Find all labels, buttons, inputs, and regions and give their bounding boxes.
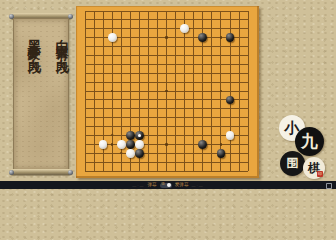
toggle-knob-icon [167,183,171,187]
black-side-label: 黑 [27,28,42,30]
star-point [165,36,168,39]
stone-white-12-3 [180,24,189,33]
stone-black-7-17 [135,149,144,158]
danmaku-label: 弹幕 [148,183,157,188]
scroll-roller-bottom [10,169,72,175]
last-move-marker [138,134,141,137]
send-danmaku-label: 发弹幕 [175,183,189,188]
stone-white-4-4 [108,33,117,42]
channel-logo: 小 九 围 棋 印 [278,113,328,181]
stone-white-17-15 [226,131,235,140]
bar-dashes-left: —·— [132,183,144,188]
star-point [220,90,223,93]
board-mark [119,152,122,155]
white-side-label: 白 [55,28,70,30]
stone-black-17-4 [226,33,235,42]
stone-black-7-15 [135,131,144,140]
fullscreen-icon[interactable] [326,183,333,189]
go-board[interactable] [76,6,259,178]
logo-red-seal: 印 [317,171,323,177]
bar-dashes-right: —·— [191,183,203,188]
danmaku-toggle[interactable]: 弹 [160,183,172,188]
board-mark [110,134,113,137]
star-point [111,90,114,93]
star-point [220,143,223,146]
player-white-column: 白申真谞九段 [50,28,70,174]
player-control-bar: —·— 弹幕 弹 发弹幕 —·— [0,181,336,189]
logo-disc-wei: 围 [280,151,305,176]
player-black-column: 黑辜梓豪九段 [22,28,42,174]
stone-black-6-16 [126,140,135,149]
black-player-name: 辜梓豪 [27,34,41,40]
stone-black-14-4 [198,33,207,42]
stone-black-6-15 [126,131,135,140]
stone-black-16-17 [217,149,226,158]
star-point [165,143,168,146]
stone-black-14-16 [198,140,207,149]
stone-white-7-16 [135,140,144,149]
logo-disc-jiu: 九 [295,127,324,156]
stone-white-6-17 [126,149,135,158]
star-point [165,90,168,93]
roller-cap-icon [9,170,14,175]
board-grid [80,7,252,176]
black-player-rank: 九段 [27,48,42,52]
white-player-name: 申真谞 [55,34,69,40]
stone-black-17-11 [226,96,235,105]
white-player-rank: 九段 [55,48,70,52]
star-point [111,143,114,146]
roller-cap-icon [68,170,73,175]
stone-white-3-16 [99,140,108,149]
stone-white-5-16 [117,140,126,149]
player-scroll-panel: 白申真谞九段 黑辜梓豪九段 [10,13,72,175]
danmaku-toggle-char: 弹 [161,183,165,187]
scroll-parchment: 白申真谞九段 黑辜梓豪九段 [13,18,69,170]
star-point [220,36,223,39]
